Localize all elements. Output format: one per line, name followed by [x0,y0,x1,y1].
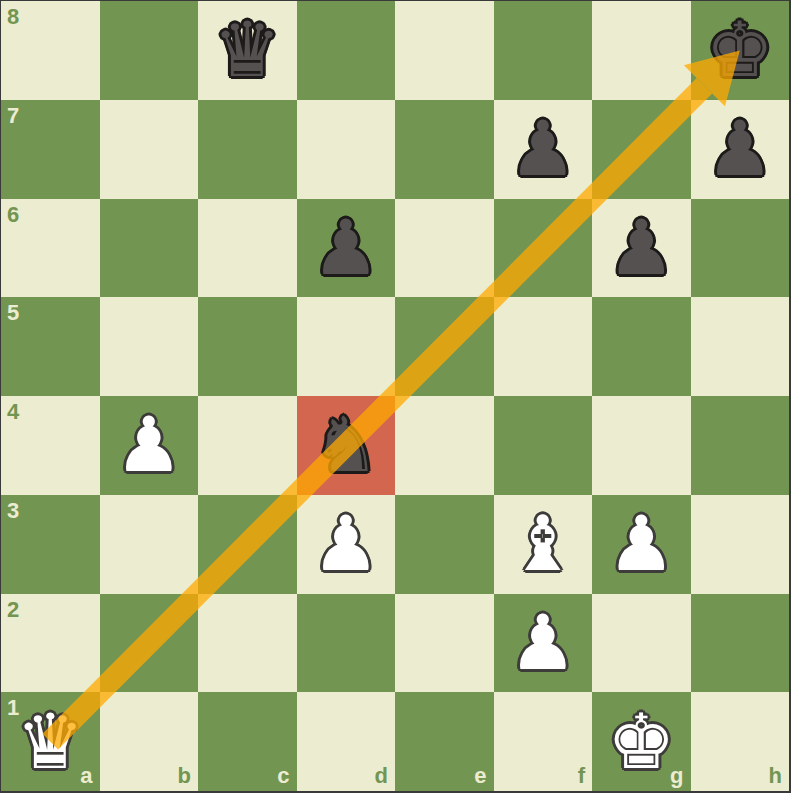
square-d4[interactable]: ♞ [297,396,396,495]
square-d3[interactable]: ♟ [297,495,396,594]
white-bishop[interactable]: ♝ [494,495,593,594]
file-label-h: h [769,765,782,787]
square-b1[interactable]: b [100,692,199,791]
square-d8[interactable] [297,1,396,100]
square-e7[interactable] [395,100,494,199]
square-f3[interactable]: ♝ [494,495,593,594]
square-b7[interactable] [100,100,199,199]
square-d1[interactable]: d [297,692,396,791]
square-f5[interactable] [494,297,593,396]
white-king[interactable]: ♚ [592,692,691,791]
square-h8[interactable]: ♚ [691,1,790,100]
white-pawn[interactable]: ♟ [494,594,593,693]
square-f4[interactable] [494,396,593,495]
square-c1[interactable]: c [198,692,297,791]
square-f2[interactable]: ♟ [494,594,593,693]
square-a1[interactable]: 1a♛ [1,692,100,791]
square-g6[interactable]: ♟ [592,199,691,298]
file-label-b: b [178,765,191,787]
square-f8[interactable] [494,1,593,100]
rank-label-5: 5 [7,302,19,324]
rank-label-4: 4 [7,401,19,423]
square-b6[interactable] [100,199,199,298]
square-c4[interactable] [198,396,297,495]
square-a2[interactable]: 2 [1,594,100,693]
rank-label-3: 3 [7,500,19,522]
square-h7[interactable]: ♟ [691,100,790,199]
board-grid: 8♛♚7♟♟6♟♟54♟♞3♟♝♟2♟1a♛bcdefg♚h [1,1,789,791]
square-g2[interactable] [592,594,691,693]
square-g5[interactable] [592,297,691,396]
square-c6[interactable] [198,199,297,298]
square-c8[interactable]: ♛ [198,1,297,100]
square-d7[interactable] [297,100,396,199]
black-king[interactable]: ♚ [691,1,790,100]
file-label-e: e [474,765,486,787]
black-pawn[interactable]: ♟ [297,199,396,298]
square-b3[interactable] [100,495,199,594]
square-b4[interactable]: ♟ [100,396,199,495]
black-queen[interactable]: ♛ [198,1,297,100]
square-e8[interactable] [395,1,494,100]
square-f7[interactable]: ♟ [494,100,593,199]
square-h3[interactable] [691,495,790,594]
square-d2[interactable] [297,594,396,693]
square-c3[interactable] [198,495,297,594]
square-h4[interactable] [691,396,790,495]
chess-board[interactable]: 8♛♚7♟♟6♟♟54♟♞3♟♝♟2♟1a♛bcdefg♚h [0,0,791,793]
square-b8[interactable] [100,1,199,100]
square-g1[interactable]: g♚ [592,692,691,791]
square-h1[interactable]: h [691,692,790,791]
square-e3[interactable] [395,495,494,594]
square-e6[interactable] [395,199,494,298]
rank-label-7: 7 [7,105,19,127]
square-d6[interactable]: ♟ [297,199,396,298]
square-g3[interactable]: ♟ [592,495,691,594]
white-pawn[interactable]: ♟ [297,495,396,594]
square-g8[interactable] [592,1,691,100]
white-queen[interactable]: ♛ [1,692,100,791]
white-pawn[interactable]: ♟ [592,495,691,594]
square-e5[interactable] [395,297,494,396]
black-pawn[interactable]: ♟ [592,199,691,298]
square-a5[interactable]: 5 [1,297,100,396]
file-label-c: c [277,765,289,787]
file-label-f: f [578,765,585,787]
square-b5[interactable] [100,297,199,396]
square-e2[interactable] [395,594,494,693]
black-knight[interactable]: ♞ [297,396,396,495]
square-a8[interactable]: 8 [1,1,100,100]
square-f6[interactable] [494,199,593,298]
rank-label-6: 6 [7,204,19,226]
square-e4[interactable] [395,396,494,495]
square-a3[interactable]: 3 [1,495,100,594]
square-f1[interactable]: f [494,692,593,791]
square-c7[interactable] [198,100,297,199]
black-pawn[interactable]: ♟ [691,100,790,199]
square-h5[interactable] [691,297,790,396]
white-pawn[interactable]: ♟ [100,396,199,495]
square-c5[interactable] [198,297,297,396]
rank-label-8: 8 [7,6,19,28]
square-g7[interactable] [592,100,691,199]
square-b2[interactable] [100,594,199,693]
square-a7[interactable]: 7 [1,100,100,199]
black-pawn[interactable]: ♟ [494,100,593,199]
square-h6[interactable] [691,199,790,298]
rank-label-2: 2 [7,599,19,621]
square-d5[interactable] [297,297,396,396]
file-label-d: d [375,765,388,787]
square-c2[interactable] [198,594,297,693]
square-g4[interactable] [592,396,691,495]
square-e1[interactable]: e [395,692,494,791]
square-a6[interactable]: 6 [1,199,100,298]
square-h2[interactable] [691,594,790,693]
square-a4[interactable]: 4 [1,396,100,495]
